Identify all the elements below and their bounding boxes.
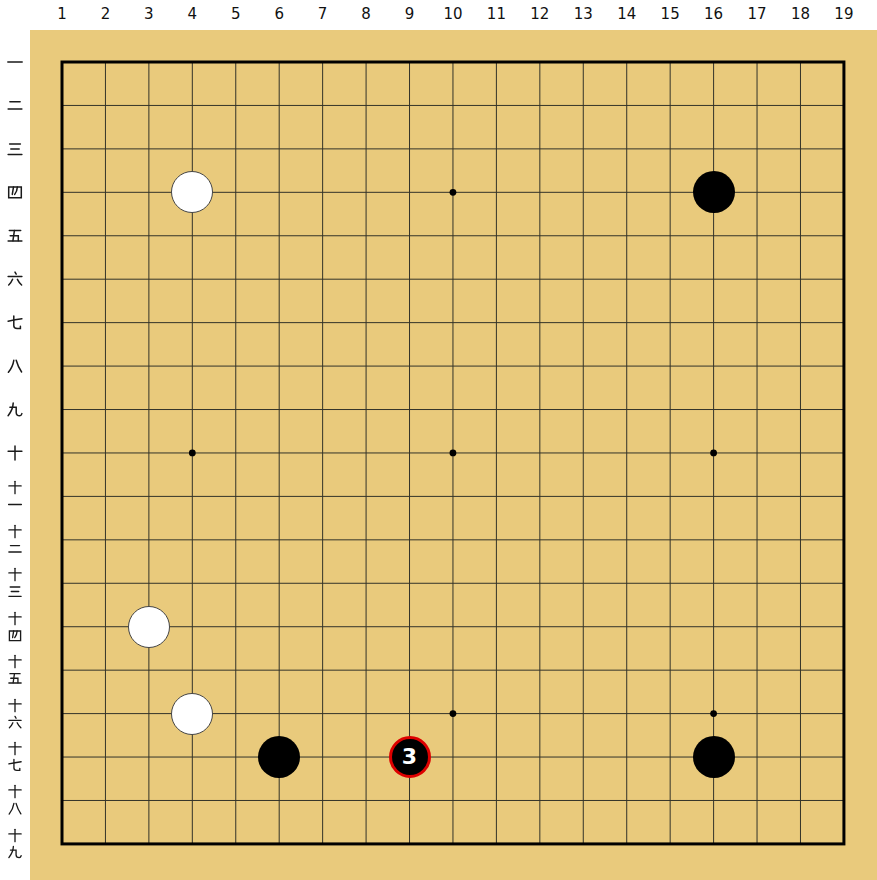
- cjk-numeral-十: [7, 784, 23, 800]
- stone-white-C6: [128, 606, 170, 648]
- column-label-14: 14: [612, 0, 642, 28]
- go-board[interactable]: 3: [30, 30, 877, 880]
- row-label-3: [0, 140, 30, 158]
- stone-black-J3-move-3: 3: [389, 736, 431, 778]
- cjk-numeral-四: [7, 627, 23, 643]
- cjk-numeral-七: [6, 314, 24, 332]
- cjk-numeral-十: [7, 480, 23, 496]
- go-board-diagram: 12345678910111213141516171819 3: [0, 0, 877, 880]
- star-point: [450, 710, 457, 717]
- cjk-numeral-五: [6, 227, 24, 245]
- row-label-12: [0, 523, 30, 556]
- cjk-numeral-二: [7, 540, 23, 556]
- column-label-19: 19: [829, 0, 859, 28]
- column-label-7: 7: [308, 0, 338, 28]
- cjk-numeral-八: [6, 357, 24, 375]
- row-label-7: [0, 314, 30, 332]
- cjk-numeral-十: [7, 654, 23, 670]
- row-label-17: [0, 741, 30, 774]
- cjk-numeral-十: [7, 610, 23, 626]
- stone-white-D4: [171, 693, 213, 735]
- row-label-10: [0, 444, 30, 462]
- star-point: [189, 450, 196, 457]
- cjk-numeral-十: [7, 827, 23, 843]
- cjk-numeral-六: [7, 714, 23, 730]
- row-label-14: [0, 610, 30, 643]
- row-label-4: [0, 183, 30, 201]
- cjk-numeral-二: [6, 96, 24, 114]
- row-label-6: [0, 270, 30, 288]
- column-label-3: 3: [134, 0, 164, 28]
- column-label-17: 17: [742, 0, 772, 28]
- grid-svg: [30, 30, 877, 880]
- row-label-11: [0, 480, 30, 513]
- move-number-label: 3: [402, 746, 417, 768]
- column-label-18: 18: [785, 0, 815, 28]
- row-label-8: [0, 357, 30, 375]
- column-label-9: 9: [395, 0, 425, 28]
- column-label-13: 13: [568, 0, 598, 28]
- row-label-13: [0, 567, 30, 600]
- cjk-numeral-八: [7, 801, 23, 817]
- row-label-18: [0, 784, 30, 817]
- row-label-9: [0, 401, 30, 419]
- cjk-numeral-十: [7, 567, 23, 583]
- row-label-5: [0, 227, 30, 245]
- star-point: [189, 710, 196, 717]
- star-point: [189, 189, 196, 196]
- column-label-1: 1: [47, 0, 77, 28]
- column-label-4: 4: [177, 0, 207, 28]
- star-point: [710, 710, 717, 717]
- cjk-numeral-九: [6, 401, 24, 419]
- column-label-15: 15: [655, 0, 685, 28]
- star-point: [710, 450, 717, 457]
- row-label-19: [0, 827, 30, 860]
- column-label-10: 10: [438, 0, 468, 28]
- stone-black-Q3: [693, 736, 735, 778]
- column-label-12: 12: [525, 0, 555, 28]
- star-point: [450, 189, 457, 196]
- board-grid: [30, 30, 877, 880]
- cjk-numeral-十: [6, 444, 24, 462]
- cjk-numeral-一: [7, 497, 23, 513]
- cjk-numeral-六: [6, 270, 24, 288]
- cjk-numeral-三: [6, 140, 24, 158]
- row-label-16: [0, 697, 30, 730]
- cjk-numeral-九: [7, 844, 23, 860]
- column-label-16: 16: [699, 0, 729, 28]
- cjk-numeral-十: [7, 741, 23, 757]
- row-label-1: [0, 53, 30, 71]
- cjk-numeral-五: [7, 671, 23, 687]
- cjk-numeral-十: [7, 523, 23, 539]
- cjk-numeral-一: [6, 53, 24, 71]
- cjk-numeral-三: [7, 584, 23, 600]
- column-label-2: 2: [90, 0, 120, 28]
- cjk-numeral-十: [7, 697, 23, 713]
- row-label-15: [0, 654, 30, 687]
- stone-black-Q16: [693, 171, 735, 213]
- column-label-5: 5: [221, 0, 251, 28]
- stone-black-F3: [258, 736, 300, 778]
- cjk-numeral-四: [6, 183, 24, 201]
- column-label-6: 6: [264, 0, 294, 28]
- stones-layer: 3: [30, 30, 877, 880]
- column-label-11: 11: [481, 0, 511, 28]
- stone-white-D16: [171, 171, 213, 213]
- star-point: [710, 189, 717, 196]
- row-label-2: [0, 96, 30, 114]
- column-label-8: 8: [351, 0, 381, 28]
- star-point: [450, 450, 457, 457]
- cjk-numeral-七: [7, 758, 23, 774]
